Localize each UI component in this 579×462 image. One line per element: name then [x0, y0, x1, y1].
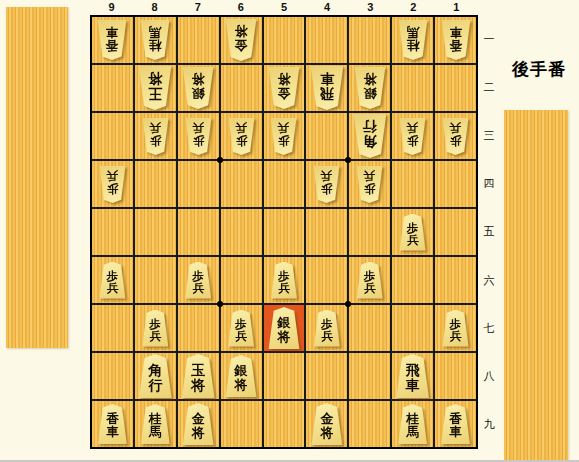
turn-indicator: 後手番	[502, 58, 576, 81]
board-cell[interactable]	[306, 113, 347, 159]
file-label: 9	[90, 1, 133, 14]
sente-pawn-piece[interactable]: 歩兵	[270, 262, 297, 299]
rank-label: 七	[481, 304, 497, 352]
gote-pawn-piece[interactable]: 歩兵	[399, 118, 426, 155]
board-cell[interactable]: 桂馬	[392, 17, 433, 63]
board-cell[interactable]	[392, 257, 433, 303]
sente-knight-piece[interactable]: 桂馬	[398, 404, 428, 444]
rank-label: 二	[481, 63, 497, 111]
koma-face: 歩兵	[99, 262, 126, 299]
rank-label: 四	[481, 160, 497, 208]
board-cell[interactable]	[178, 209, 219, 255]
sente-pawn-piece[interactable]: 歩兵	[442, 310, 469, 347]
board-cell[interactable]: 歩兵	[135, 305, 176, 351]
board-cell[interactable]: 歩兵	[349, 257, 390, 303]
board-cell[interactable]: 銀将	[178, 65, 219, 111]
board-cell[interactable]: 銀将	[221, 353, 262, 399]
koma-face: 銀将	[268, 307, 300, 349]
sente-gold-piece[interactable]: 金将	[311, 403, 343, 445]
board-cell[interactable]: 飛車	[392, 353, 433, 399]
board-cell[interactable]: 香車	[92, 401, 133, 447]
board-cell[interactable]	[178, 161, 219, 207]
board-cell[interactable]: 歩兵	[392, 113, 433, 159]
sente-rook-piece[interactable]: 飛車	[396, 354, 430, 398]
gote-komadai	[6, 7, 68, 348]
board-cell[interactable]: 金将	[178, 401, 219, 447]
koma-face: 歩兵	[270, 118, 297, 155]
board-cell[interactable]	[92, 353, 133, 399]
board-cell[interactable]	[92, 305, 133, 351]
file-label: 6	[219, 1, 262, 14]
hoshi-dot	[217, 157, 223, 163]
file-label: 7	[176, 1, 219, 14]
board-cell[interactable]	[178, 305, 219, 351]
board-cell[interactable]: 歩兵	[306, 305, 347, 351]
gote-gold-piece[interactable]: 金将	[225, 19, 257, 61]
file-label: 4	[306, 1, 349, 14]
gote-silver-piece[interactable]: 銀将	[354, 67, 386, 109]
board-cell[interactable]: 香車	[92, 17, 133, 63]
koma-face: 銀将	[182, 67, 214, 109]
koma-face: 歩兵	[442, 310, 469, 347]
gote-pawn-piece[interactable]: 歩兵	[99, 166, 126, 203]
board-cell[interactable]	[435, 353, 476, 399]
board-cell[interactable]	[264, 401, 305, 447]
board-cell[interactable]	[135, 209, 176, 255]
koma-face: 歩兵	[356, 262, 383, 299]
koma-face: 歩兵	[185, 262, 212, 299]
board-cell[interactable]: 桂馬	[135, 17, 176, 63]
board-cell[interactable]: 角行	[135, 353, 176, 399]
board-cell[interactable]: 歩兵	[221, 305, 262, 351]
board-cell[interactable]	[435, 161, 476, 207]
gote-rook-piece[interactable]: 飛車	[310, 66, 344, 110]
gote-knight-piece[interactable]: 桂馬	[140, 20, 170, 60]
board-cell[interactable]: 銀将	[264, 305, 305, 351]
gote-pawn-piece[interactable]: 歩兵	[185, 118, 212, 155]
gote-pawn-piece[interactable]: 歩兵	[142, 118, 169, 155]
file-label: 5	[262, 1, 305, 14]
board-cell[interactable]: 玉将	[178, 353, 219, 399]
board-cell[interactable]	[92, 65, 133, 111]
koma-face: 香車	[97, 20, 127, 60]
koma-face: 歩兵	[356, 166, 383, 203]
koma-face: 香車	[441, 404, 471, 444]
board-cell[interactable]	[178, 17, 219, 63]
board-cell[interactable]	[264, 17, 305, 63]
board-cell[interactable]: 香車	[435, 17, 476, 63]
rank-labels: 一二三四五六七八九	[481, 15, 497, 449]
board-cell[interactable]	[221, 209, 262, 255]
sente-komadai	[504, 110, 568, 462]
sente-gold-piece[interactable]: 金将	[182, 403, 214, 445]
sente-silver-piece[interactable]: 銀将	[268, 307, 300, 349]
board-cell[interactable]	[135, 257, 176, 303]
rank-label: 九	[481, 401, 497, 449]
board-cell[interactable]: 歩兵	[178, 257, 219, 303]
koma-face: 歩兵	[142, 310, 169, 347]
sente-pawn-piece[interactable]: 歩兵	[99, 262, 126, 299]
hoshi-dot	[345, 301, 351, 307]
board-cell[interactable]	[349, 17, 390, 63]
koma-face: 香車	[97, 404, 127, 444]
board-cell[interactable]	[306, 353, 347, 399]
koma-face: 飛車	[310, 66, 344, 110]
sente-pawn-piece[interactable]: 歩兵	[399, 214, 426, 251]
koma-face: 歩兵	[228, 310, 255, 347]
board-cell[interactable]: 金将	[264, 65, 305, 111]
koma-face: 銀将	[354, 67, 386, 109]
file-label: 8	[133, 1, 176, 14]
board-cell[interactable]: 銀将	[349, 65, 390, 111]
rank-label: 三	[481, 111, 497, 159]
gote-pawn-piece[interactable]: 歩兵	[313, 166, 340, 203]
koma-face: 歩兵	[399, 118, 426, 155]
board-cell[interactable]: 歩兵	[435, 113, 476, 159]
koma-face: 玉将	[181, 354, 215, 398]
sente-pawn-piece[interactable]: 歩兵	[228, 310, 255, 347]
board-cell[interactable]	[221, 401, 262, 447]
sente-pawn-piece[interactable]: 歩兵	[142, 310, 169, 347]
shogi-board: 香車桂馬金将桂馬香車王将銀将金将飛車銀将歩兵歩兵歩兵歩兵角行歩兵歩兵歩兵歩兵歩兵…	[90, 15, 478, 449]
koma-face: 金将	[311, 403, 343, 445]
board-cell[interactable]: 歩兵	[349, 161, 390, 207]
gote-lance-piece[interactable]: 香車	[97, 20, 127, 60]
board-cell[interactable]	[264, 209, 305, 255]
board-cell[interactable]: 金将	[306, 401, 347, 447]
gote-bishop-piece[interactable]: 角行	[353, 114, 387, 158]
board-cell[interactable]: 歩兵	[135, 113, 176, 159]
board-cell[interactable]: 歩兵	[264, 257, 305, 303]
sente-pawn-piece[interactable]: 歩兵	[313, 310, 340, 347]
file-label: 1	[435, 1, 478, 14]
board-cell[interactable]	[221, 161, 262, 207]
sente-king-piece[interactable]: 玉将	[181, 354, 215, 398]
sente-pawn-piece[interactable]: 歩兵	[356, 262, 383, 299]
hoshi-dot	[217, 301, 223, 307]
shogi-app: 987654321 香車桂馬金将桂馬香車王将銀将金将飛車銀将歩兵歩兵歩兵歩兵角行…	[0, 0, 579, 462]
board-cell[interactable]: 歩兵	[178, 113, 219, 159]
board-cell[interactable]: 歩兵	[92, 161, 133, 207]
sente-knight-piece[interactable]: 桂馬	[140, 404, 170, 444]
board-cell[interactable]	[264, 353, 305, 399]
board-cell[interactable]: 歩兵	[392, 209, 433, 255]
koma-face: 香車	[441, 20, 471, 60]
board-cell[interactable]: 桂馬	[135, 401, 176, 447]
koma-face: 飛車	[396, 354, 430, 398]
koma-face: 歩兵	[313, 166, 340, 203]
board-cell[interactable]: 歩兵	[306, 161, 347, 207]
koma-face: 角行	[138, 354, 172, 398]
board-cell[interactable]	[392, 305, 433, 351]
board-cell[interactable]	[435, 65, 476, 111]
gote-pawn-piece[interactable]: 歩兵	[228, 118, 255, 155]
board-cell[interactable]	[349, 209, 390, 255]
sente-lance-piece[interactable]: 香車	[97, 404, 127, 444]
board-cell[interactable]	[306, 17, 347, 63]
board-cell[interactable]: 王将	[135, 65, 176, 111]
board-cell[interactable]: 香車	[435, 401, 476, 447]
board-cell[interactable]	[135, 161, 176, 207]
rank-label: 八	[481, 353, 497, 401]
board-cell[interactable]	[264, 161, 305, 207]
koma-face: 歩兵	[442, 118, 469, 155]
koma-face: 歩兵	[270, 262, 297, 299]
hoshi-dot	[345, 157, 351, 163]
board-cell[interactable]	[221, 65, 262, 111]
gote-pawn-piece[interactable]: 歩兵	[356, 166, 383, 203]
board-cell[interactable]: 歩兵	[435, 305, 476, 351]
koma-face: 歩兵	[399, 214, 426, 251]
gote-pawn-piece[interactable]: 歩兵	[270, 118, 297, 155]
board-cell[interactable]: 歩兵	[221, 113, 262, 159]
koma-face: 金将	[182, 403, 214, 445]
koma-face: 王将	[138, 66, 172, 110]
koma-face: 桂馬	[398, 20, 428, 60]
gote-pawn-piece[interactable]: 歩兵	[442, 118, 469, 155]
koma-face: 歩兵	[313, 310, 340, 347]
sente-pawn-piece[interactable]: 歩兵	[185, 262, 212, 299]
koma-face: 歩兵	[99, 166, 126, 203]
board-cell[interactable]: 飛車	[306, 65, 347, 111]
gote-silver-piece[interactable]: 銀将	[182, 67, 214, 109]
koma-face: 角行	[353, 114, 387, 158]
board-cell[interactable]	[92, 209, 133, 255]
koma-face: 歩兵	[228, 118, 255, 155]
board-cell[interactable]	[306, 209, 347, 255]
koma-face: 桂馬	[140, 404, 170, 444]
board-cell[interactable]: 桂馬	[392, 401, 433, 447]
file-label: 2	[392, 1, 435, 14]
board-cell[interactable]	[92, 113, 133, 159]
board-cell[interactable]	[306, 257, 347, 303]
file-label: 3	[349, 1, 392, 14]
gote-knight-piece[interactable]: 桂馬	[398, 20, 428, 60]
rank-label: 五	[481, 208, 497, 256]
rank-label: 一	[481, 15, 497, 63]
sente-bishop-piece[interactable]: 角行	[138, 354, 172, 398]
koma-face: 桂馬	[140, 20, 170, 60]
board-cell[interactable]: 歩兵	[92, 257, 133, 303]
sente-lance-piece[interactable]: 香車	[441, 404, 471, 444]
gote-king-piece[interactable]: 王将	[138, 66, 172, 110]
board-cell[interactable]	[435, 209, 476, 255]
board-cell[interactable]	[435, 257, 476, 303]
board-cell[interactable]	[349, 305, 390, 351]
board-cell[interactable]	[392, 161, 433, 207]
board-cell[interactable]: 角行	[349, 113, 390, 159]
board-cell[interactable]	[221, 257, 262, 303]
koma-face: 金将	[225, 19, 257, 61]
board-cell[interactable]: 金将	[221, 17, 262, 63]
file-labels: 987654321	[90, 1, 478, 14]
gote-lance-piece[interactable]: 香車	[441, 20, 471, 60]
gote-gold-piece[interactable]: 金将	[268, 67, 300, 109]
board-cell[interactable]: 歩兵	[264, 113, 305, 159]
rank-label: 六	[481, 256, 497, 304]
koma-face: 歩兵	[142, 118, 169, 155]
board-cell[interactable]	[349, 401, 390, 447]
koma-face: 金将	[268, 67, 300, 109]
koma-face: 歩兵	[185, 118, 212, 155]
board-cell[interactable]	[392, 65, 433, 111]
board-cell[interactable]	[349, 353, 390, 399]
koma-face: 桂馬	[398, 404, 428, 444]
koma-face: 銀将	[225, 355, 257, 397]
sente-silver-piece[interactable]: 銀将	[225, 355, 257, 397]
